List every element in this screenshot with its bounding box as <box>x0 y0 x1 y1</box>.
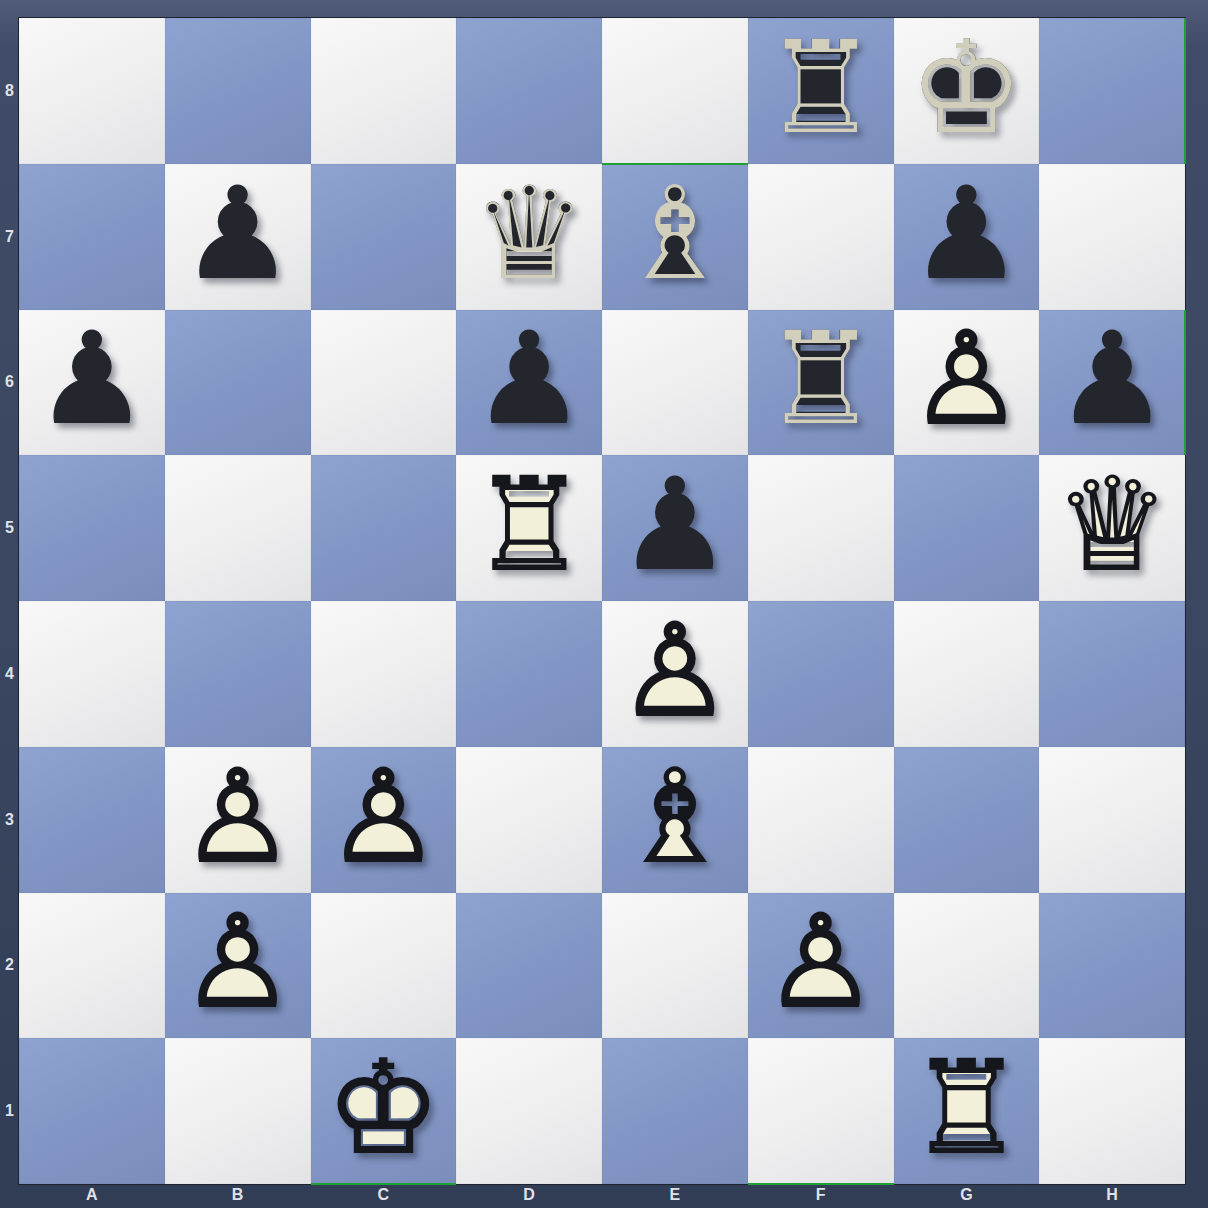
square-c1[interactable]: ♚♔ <box>311 1038 457 1184</box>
white-pawn-outline-icon: ♙ <box>748 893 894 1039</box>
square-a1[interactable] <box>19 1038 165 1184</box>
square-h6[interactable]: ♟ <box>1039 310 1185 456</box>
square-f4[interactable] <box>748 601 894 747</box>
square-e2[interactable] <box>602 893 748 1039</box>
square-b3[interactable]: ♟♙ <box>165 747 311 893</box>
square-b1[interactable] <box>165 1038 311 1184</box>
rank-label-1: 1 <box>0 1102 19 1120</box>
white-pawn-b3[interactable]: ♟♙ <box>165 747 311 893</box>
black-pawn-icon: ♟ <box>1039 310 1185 456</box>
square-d5[interactable]: ♜♖ <box>456 455 602 601</box>
rank-label-3: 3 <box>0 811 19 829</box>
rank-label-8: 8 <box>0 82 19 100</box>
black-pawn-icon: ♟ <box>602 455 748 601</box>
square-h3[interactable] <box>1039 747 1185 893</box>
white-pawn-f2[interactable]: ♟♙ <box>748 893 894 1039</box>
square-a8[interactable] <box>19 18 165 164</box>
black-pawn-icon: ♟ <box>19 310 165 456</box>
black-king-g8[interactable]: ♚♔ <box>894 18 1040 164</box>
square-d4[interactable] <box>456 601 602 747</box>
file-label-a: A <box>19 1186 165 1204</box>
white-bishop-outline-icon: ♗ <box>602 747 748 893</box>
square-g7[interactable]: ♟ <box>894 164 1040 310</box>
black-rook-outline-icon: ♖ <box>748 310 894 456</box>
rank-label-7: 7 <box>0 228 19 246</box>
white-king-outline-icon: ♔ <box>311 1038 457 1184</box>
board: ♜♖♚♔♟♛♕♝♗♟♟♟♜♖♟♙♟♜♖♟♛♕♟♙♟♙♟♙♝♗♟♙♟♙♚♔♜♖ <box>19 18 1185 1184</box>
white-queen-outline-icon: ♕ <box>1039 455 1185 601</box>
square-g8[interactable]: ♚♔ <box>894 18 1040 164</box>
square-g3[interactable] <box>894 747 1040 893</box>
square-f8[interactable]: ♜♖ <box>748 18 894 164</box>
white-bishop-e3[interactable]: ♝♗ <box>602 747 748 893</box>
square-e4[interactable]: ♟♙ <box>602 601 748 747</box>
black-rook-f8[interactable]: ♜♖ <box>748 18 894 164</box>
black-queen-d7[interactable]: ♛♕ <box>456 164 602 310</box>
black-bishop-e7[interactable]: ♝♗ <box>602 164 748 310</box>
square-g2[interactable] <box>894 893 1040 1039</box>
square-a4[interactable] <box>19 601 165 747</box>
white-rook-d5[interactable]: ♜♖ <box>456 455 602 601</box>
square-d3[interactable] <box>456 747 602 893</box>
rank-label-4: 4 <box>0 665 19 683</box>
black-pawn-a6[interactable]: ♟ <box>19 310 165 456</box>
square-b5[interactable] <box>165 455 311 601</box>
square-d2[interactable] <box>456 893 602 1039</box>
last-move-highlight-f1-bottom <box>748 1183 894 1185</box>
square-d6[interactable]: ♟ <box>456 310 602 456</box>
file-label-h: H <box>1039 1186 1185 1204</box>
white-pawn-outline-icon: ♙ <box>165 893 311 1039</box>
white-rook-g1[interactable]: ♜♖ <box>894 1038 1040 1184</box>
square-h7[interactable] <box>1039 164 1185 310</box>
black-rook-outline-icon: ♖ <box>748 18 894 164</box>
file-label-e: E <box>602 1186 748 1204</box>
square-a5[interactable] <box>19 455 165 601</box>
square-f7[interactable] <box>748 164 894 310</box>
square-b7[interactable]: ♟ <box>165 164 311 310</box>
black-pawn-d6[interactable]: ♟ <box>456 310 602 456</box>
square-b2[interactable]: ♟♙ <box>165 893 311 1039</box>
black-pawn-b7[interactable]: ♟ <box>165 164 311 310</box>
square-c7[interactable] <box>311 164 457 310</box>
square-g1[interactable]: ♜♖ <box>894 1038 1040 1184</box>
square-c8[interactable] <box>311 18 457 164</box>
white-pawn-outline-icon: ♙ <box>165 747 311 893</box>
square-f3[interactable] <box>748 747 894 893</box>
square-c2[interactable] <box>311 893 457 1039</box>
black-queen-outline-icon: ♕ <box>456 164 602 310</box>
square-a7[interactable] <box>19 164 165 310</box>
white-pawn-b2[interactable]: ♟♙ <box>165 893 311 1039</box>
rank-label-2: 2 <box>0 956 19 974</box>
square-b8[interactable] <box>165 18 311 164</box>
square-h8[interactable] <box>1039 18 1185 164</box>
square-f5[interactable] <box>748 455 894 601</box>
square-e3[interactable]: ♝♗ <box>602 747 748 893</box>
rank-label-6: 6 <box>0 373 19 391</box>
white-king-c1[interactable]: ♚♔ <box>311 1038 457 1184</box>
white-pawn-g6[interactable]: ♟♙ <box>894 310 1040 456</box>
file-label-f: F <box>748 1186 894 1204</box>
white-pawn-outline-icon: ♙ <box>602 601 748 747</box>
file-label-g: G <box>894 1186 1040 1204</box>
square-h2[interactable] <box>1039 893 1185 1039</box>
square-f6[interactable]: ♜♖ <box>748 310 894 456</box>
square-d7[interactable]: ♛♕ <box>456 164 602 310</box>
last-move-highlight-h6-right <box>1184 310 1186 456</box>
black-pawn-icon: ♟ <box>894 164 1040 310</box>
square-h5[interactable]: ♛♕ <box>1039 455 1185 601</box>
square-e5[interactable]: ♟ <box>602 455 748 601</box>
square-h1[interactable] <box>1039 1038 1185 1184</box>
white-pawn-c3[interactable]: ♟♙ <box>311 747 457 893</box>
white-rook-outline-icon: ♖ <box>456 455 602 601</box>
chess-app-window: ♜♖♚♔♟♛♕♝♗♟♟♟♜♖♟♙♟♜♖♟♛♕♟♙♟♙♟♙♝♗♟♙♟♙♚♔♜♖ 8… <box>0 0 1208 1208</box>
square-d8[interactable] <box>456 18 602 164</box>
file-label-c: C <box>311 1186 457 1204</box>
last-move-highlight-c1-bottom <box>311 1183 457 1185</box>
file-label-d: D <box>456 1186 602 1204</box>
square-c3[interactable]: ♟♙ <box>311 747 457 893</box>
square-e7[interactable]: ♝♗ <box>602 164 748 310</box>
black-bishop-outline-icon: ♗ <box>602 164 748 310</box>
black-king-outline-icon: ♔ <box>894 18 1040 164</box>
white-rook-outline-icon: ♖ <box>894 1038 1040 1184</box>
white-pawn-outline-icon: ♙ <box>894 310 1040 456</box>
last-move-highlight-e7-top <box>602 163 748 165</box>
white-queen-h5[interactable]: ♛♕ <box>1039 455 1185 601</box>
rank-label-5: 5 <box>0 519 19 537</box>
white-pawn-outline-icon: ♙ <box>311 747 457 893</box>
square-h4[interactable] <box>1039 601 1185 747</box>
square-c5[interactable] <box>311 455 457 601</box>
white-pawn-e4[interactable]: ♟♙ <box>602 601 748 747</box>
square-c4[interactable] <box>311 601 457 747</box>
black-pawn-e5[interactable]: ♟ <box>602 455 748 601</box>
black-pawn-icon: ♟ <box>165 164 311 310</box>
square-c6[interactable] <box>311 310 457 456</box>
last-move-highlight-h8-right <box>1184 18 1186 164</box>
square-e1[interactable] <box>602 1038 748 1184</box>
square-a3[interactable] <box>19 747 165 893</box>
square-g6[interactable]: ♟♙ <box>894 310 1040 456</box>
square-f1[interactable] <box>748 1038 894 1184</box>
black-pawn-icon: ♟ <box>456 310 602 456</box>
square-g4[interactable] <box>894 601 1040 747</box>
square-e8[interactable] <box>602 18 748 164</box>
square-b6[interactable] <box>165 310 311 456</box>
square-b4[interactable] <box>165 601 311 747</box>
square-a6[interactable]: ♟ <box>19 310 165 456</box>
file-label-b: B <box>165 1186 311 1204</box>
square-a2[interactable] <box>19 893 165 1039</box>
black-pawn-g7[interactable]: ♟ <box>894 164 1040 310</box>
square-e6[interactable] <box>602 310 748 456</box>
square-d1[interactable] <box>456 1038 602 1184</box>
square-f2[interactable]: ♟♙ <box>748 893 894 1039</box>
square-g5[interactable] <box>894 455 1040 601</box>
black-rook-f6[interactable]: ♜♖ <box>748 310 894 456</box>
black-pawn-h6[interactable]: ♟ <box>1039 310 1185 456</box>
